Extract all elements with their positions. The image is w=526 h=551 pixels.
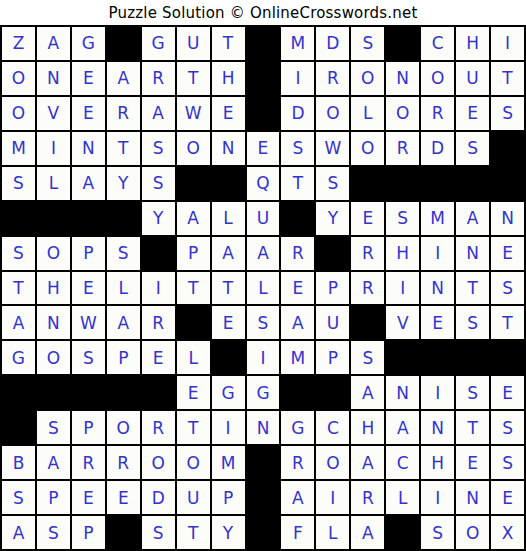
letter-cell: S	[491, 446, 524, 479]
letter-cell: T	[212, 272, 245, 305]
letter-cell: N	[212, 132, 245, 165]
letter-cell: I	[37, 132, 70, 165]
block-cell	[386, 167, 419, 200]
letter-cell: R	[316, 62, 349, 95]
letter-cell: U	[177, 27, 210, 60]
letter-cell: D	[142, 481, 175, 514]
block-cell	[247, 27, 280, 60]
block-cell	[281, 202, 314, 235]
letter-cell: A	[281, 306, 314, 339]
letter-cell: I	[316, 481, 349, 514]
letter-cell: S	[386, 202, 419, 235]
letter-cell: O	[2, 62, 35, 95]
letter-cell: S	[456, 376, 489, 409]
letter-cell: O	[2, 97, 35, 130]
letter-cell: O	[37, 237, 70, 270]
letter-cell: L	[177, 341, 210, 374]
letter-cell: F	[281, 516, 314, 549]
letter-cell: A	[351, 516, 384, 549]
letter-cell: S	[107, 237, 140, 270]
block-cell	[212, 341, 245, 374]
letter-cell: S	[456, 132, 489, 165]
block-cell	[421, 167, 454, 200]
letter-cell: N	[386, 62, 419, 95]
block-cell	[247, 62, 280, 95]
block-cell	[351, 167, 384, 200]
letter-cell: R	[142, 306, 175, 339]
block-cell	[107, 27, 140, 60]
letter-cell: E	[72, 272, 105, 305]
letter-cell: S	[491, 97, 524, 130]
letter-cell: A	[2, 516, 35, 549]
letter-cell: T	[2, 272, 35, 305]
block-cell	[456, 341, 489, 374]
letter-cell: I	[421, 481, 454, 514]
letter-cell: Z	[2, 27, 35, 60]
block-cell	[177, 167, 210, 200]
letter-cell: Q	[247, 167, 280, 200]
block-cell	[386, 516, 419, 549]
letter-cell: C	[421, 27, 454, 60]
letter-cell: X	[491, 516, 524, 549]
letter-cell: I	[421, 237, 454, 270]
letter-cell: N	[37, 62, 70, 95]
letter-cell: E	[491, 376, 524, 409]
letter-cell: T	[177, 516, 210, 549]
letter-cell: I	[386, 272, 419, 305]
letter-cell: G	[247, 376, 280, 409]
letter-cell: P	[177, 237, 210, 270]
block-cell	[247, 446, 280, 479]
letter-cell: P	[316, 272, 349, 305]
block-cell	[2, 411, 35, 444]
letter-cell: W	[316, 132, 349, 165]
letter-cell: R	[281, 446, 314, 479]
letter-cell: E	[456, 446, 489, 479]
letter-cell: S	[37, 516, 70, 549]
letter-cell: T	[491, 306, 524, 339]
letter-cell: L	[247, 272, 280, 305]
letter-cell: S	[281, 132, 314, 165]
letter-cell: L	[212, 202, 245, 235]
block-cell	[2, 376, 35, 409]
letter-cell: S	[351, 27, 384, 60]
letter-cell: A	[177, 202, 210, 235]
letter-cell: S	[142, 132, 175, 165]
letter-cell: H	[212, 62, 245, 95]
block-cell	[142, 237, 175, 270]
letter-cell: A	[107, 62, 140, 95]
letter-cell: A	[247, 237, 280, 270]
letter-cell: S	[421, 516, 454, 549]
letter-cell: R	[107, 446, 140, 479]
letter-cell: S	[351, 341, 384, 374]
letter-cell: G	[72, 27, 105, 60]
block-cell	[212, 167, 245, 200]
letter-cell: A	[37, 446, 70, 479]
letter-cell: C	[386, 446, 419, 479]
letter-cell: T	[456, 272, 489, 305]
letter-cell: O	[351, 62, 384, 95]
block-cell	[247, 97, 280, 130]
letter-cell: E	[72, 481, 105, 514]
block-cell	[247, 481, 280, 514]
letter-cell: R	[421, 97, 454, 130]
letter-cell: N	[72, 132, 105, 165]
letter-cell: N	[421, 411, 454, 444]
block-cell	[37, 202, 70, 235]
letter-cell: A	[142, 97, 175, 130]
letter-cell: A	[351, 446, 384, 479]
letter-cell: R	[386, 132, 419, 165]
letter-cell: Y	[316, 202, 349, 235]
letter-cell: U	[247, 202, 280, 235]
letter-cell: E	[177, 376, 210, 409]
letter-cell: O	[421, 62, 454, 95]
letter-cell: O	[142, 446, 175, 479]
letter-cell: U	[456, 62, 489, 95]
letter-cell: A	[2, 306, 35, 339]
block-cell	[491, 341, 524, 374]
letter-cell: E	[351, 202, 384, 235]
letter-cell: M	[421, 202, 454, 235]
letter-cell: A	[351, 376, 384, 409]
block-cell	[456, 167, 489, 200]
letter-cell: W	[72, 306, 105, 339]
letter-cell: A	[72, 167, 105, 200]
crossword-grid: ZAGGUTMDSCHIONEARTHIRONOUTOVERAWEDOLORES…	[0, 25, 526, 551]
letter-cell: P	[316, 341, 349, 374]
block-cell	[37, 376, 70, 409]
letter-cell: E	[72, 97, 105, 130]
letter-cell: S	[2, 167, 35, 200]
letter-cell: E	[72, 62, 105, 95]
block-cell	[72, 202, 105, 235]
block-cell	[107, 376, 140, 409]
letter-cell: R	[351, 481, 384, 514]
block-cell	[386, 27, 419, 60]
letter-cell: A	[212, 237, 245, 270]
letter-cell: G	[212, 376, 245, 409]
letter-cell: T	[212, 27, 245, 60]
letter-cell: H	[37, 272, 70, 305]
letter-cell: E	[142, 341, 175, 374]
letter-cell: Y	[212, 516, 245, 549]
letter-cell: T	[107, 132, 140, 165]
letter-cell: P	[37, 481, 70, 514]
block-cell	[386, 341, 419, 374]
letter-cell: O	[386, 97, 419, 130]
letter-cell: A	[386, 411, 419, 444]
letter-cell: L	[386, 481, 419, 514]
block-cell	[281, 376, 314, 409]
letter-cell: E	[247, 132, 280, 165]
letter-cell: A	[456, 202, 489, 235]
letter-cell: E	[456, 97, 489, 130]
letter-cell: T	[177, 411, 210, 444]
letter-cell: Y	[107, 167, 140, 200]
letter-cell: N	[421, 272, 454, 305]
letter-cell: N	[37, 306, 70, 339]
block-cell	[107, 516, 140, 549]
letter-cell: O	[177, 132, 210, 165]
letter-cell: N	[247, 411, 280, 444]
block-cell	[316, 376, 349, 409]
letter-cell: E	[421, 306, 454, 339]
letter-cell: L	[107, 272, 140, 305]
letter-cell: W	[177, 97, 210, 130]
letter-cell: E	[212, 306, 245, 339]
letter-cell: I	[421, 376, 454, 409]
letter-cell: H	[421, 446, 454, 479]
letter-cell: I	[142, 272, 175, 305]
letter-cell: B	[2, 446, 35, 479]
block-cell	[351, 306, 384, 339]
page-title: Puzzle Solution © OnlineCrosswords.net	[0, 0, 526, 25]
letter-cell: P	[107, 341, 140, 374]
letter-cell: R	[72, 446, 105, 479]
letter-cell: I	[491, 27, 524, 60]
letter-cell: D	[281, 97, 314, 130]
letter-cell: S	[247, 306, 280, 339]
letter-cell: A	[107, 306, 140, 339]
letter-cell: S	[316, 167, 349, 200]
letter-cell: L	[316, 516, 349, 549]
letter-cell: C	[316, 411, 349, 444]
letter-cell: R	[281, 237, 314, 270]
letter-cell: S	[142, 167, 175, 200]
letter-cell: R	[142, 62, 175, 95]
letter-cell: G	[2, 341, 35, 374]
letter-cell: E	[107, 481, 140, 514]
letter-cell: R	[107, 97, 140, 130]
letter-cell: O	[316, 97, 349, 130]
letter-cell: P	[72, 237, 105, 270]
block-cell	[142, 376, 175, 409]
letter-cell: G	[281, 411, 314, 444]
letter-cell: S	[491, 411, 524, 444]
letter-cell: Y	[142, 202, 175, 235]
letter-cell: N	[491, 202, 524, 235]
block-cell	[2, 202, 35, 235]
block-cell	[421, 341, 454, 374]
block-cell	[491, 167, 524, 200]
letter-cell: U	[177, 481, 210, 514]
letter-cell: S	[491, 272, 524, 305]
letter-cell: P	[72, 516, 105, 549]
letter-cell: S	[37, 411, 70, 444]
letter-cell: L	[351, 97, 384, 130]
letter-cell: O	[316, 446, 349, 479]
letter-cell: O	[177, 446, 210, 479]
letter-cell: M	[212, 446, 245, 479]
letter-cell: H	[456, 27, 489, 60]
letter-cell: V	[37, 97, 70, 130]
letter-cell: P	[72, 411, 105, 444]
letter-cell: O	[456, 516, 489, 549]
letter-cell: D	[421, 132, 454, 165]
letter-cell: S	[456, 306, 489, 339]
letter-cell: T	[177, 62, 210, 95]
letter-cell: E	[491, 481, 524, 514]
letter-cell: H	[351, 411, 384, 444]
letter-cell: A	[281, 481, 314, 514]
letter-cell: N	[456, 237, 489, 270]
letter-cell: A	[37, 27, 70, 60]
letter-cell: N	[386, 376, 419, 409]
letter-cell: E	[491, 237, 524, 270]
block-cell	[247, 516, 280, 549]
letter-cell: V	[386, 306, 419, 339]
letter-cell: M	[281, 27, 314, 60]
letter-cell: U	[316, 306, 349, 339]
block-cell	[177, 306, 210, 339]
letter-cell: O	[351, 132, 384, 165]
letter-cell: I	[281, 62, 314, 95]
letter-cell: I	[247, 341, 280, 374]
puzzle-solution-page: Puzzle Solution © OnlineCrosswords.net Z…	[0, 0, 526, 551]
letter-cell: S	[2, 237, 35, 270]
block-cell	[107, 202, 140, 235]
block-cell	[72, 376, 105, 409]
letter-cell: S	[72, 341, 105, 374]
letter-cell: L	[37, 167, 70, 200]
block-cell	[316, 237, 349, 270]
letter-cell: H	[386, 237, 419, 270]
letter-cell: S	[142, 516, 175, 549]
letter-cell: E	[212, 97, 245, 130]
letter-cell: S	[2, 481, 35, 514]
letter-cell: E	[281, 272, 314, 305]
letter-cell: I	[212, 411, 245, 444]
letter-cell: P	[212, 481, 245, 514]
letter-cell: T	[491, 62, 524, 95]
letter-cell: N	[456, 481, 489, 514]
letter-cell: M	[2, 132, 35, 165]
letter-cell: G	[142, 27, 175, 60]
letter-cell: O	[37, 341, 70, 374]
letter-cell: O	[107, 411, 140, 444]
letter-cell: R	[351, 237, 384, 270]
block-cell	[491, 132, 524, 165]
letter-cell: D	[316, 27, 349, 60]
letter-cell: R	[142, 411, 175, 444]
letter-cell: R	[351, 272, 384, 305]
letter-cell: M	[281, 341, 314, 374]
letter-cell: T	[281, 167, 314, 200]
letter-cell: T	[177, 272, 210, 305]
letter-cell: T	[456, 411, 489, 444]
